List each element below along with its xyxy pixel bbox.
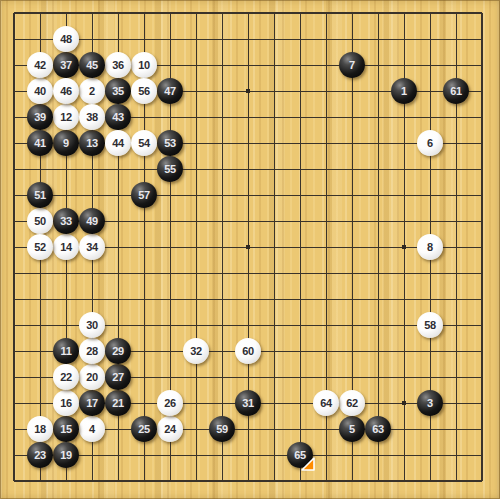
stone-number: 57: [138, 190, 150, 201]
stone-black-19: 19: [53, 442, 79, 468]
stone-number: 6: [427, 138, 433, 149]
stone-number: 22: [60, 372, 72, 383]
stone-black-5: 5: [339, 416, 365, 442]
stone-black-53: 53: [157, 130, 183, 156]
stone-white-48: 48: [53, 26, 79, 52]
go-diagram: 1234567891011121314151617181920212223242…: [0, 0, 500, 499]
stone-number: 31: [242, 398, 254, 409]
stone-number: 10: [138, 60, 150, 71]
stone-number: 42: [34, 60, 46, 71]
stone-number: 63: [372, 424, 384, 435]
stone-number: 2: [89, 86, 95, 97]
stone-white-30: 30: [79, 312, 105, 338]
stone-number: 52: [34, 242, 46, 253]
stone-black-63: 63: [365, 416, 391, 442]
stone-black-65: 65: [287, 442, 313, 468]
stone-number: 3: [427, 398, 433, 409]
stone-number: 44: [112, 138, 124, 149]
stone-white-22: 22: [53, 364, 79, 390]
stone-white-58: 58: [417, 312, 443, 338]
stone-number: 55: [164, 164, 176, 175]
stone-number: 51: [34, 190, 46, 201]
stone-black-25: 25: [131, 416, 157, 442]
stone-black-37: 37: [53, 52, 79, 78]
stone-number: 20: [86, 372, 98, 383]
stone-number: 53: [164, 138, 176, 149]
stone-black-11: 11: [53, 338, 79, 364]
stone-black-51: 51: [27, 182, 53, 208]
stone-number: 8: [427, 242, 433, 253]
stone-black-13: 13: [79, 130, 105, 156]
stone-black-23: 23: [27, 442, 53, 468]
stone-number: 59: [216, 424, 228, 435]
stone-number: 1: [401, 86, 407, 97]
stone-black-41: 41: [27, 130, 53, 156]
stone-number: 5: [349, 424, 355, 435]
stone-number: 39: [34, 112, 46, 123]
stone-white-14: 14: [53, 234, 79, 260]
stone-white-34: 34: [79, 234, 105, 260]
stone-black-49: 49: [79, 208, 105, 234]
stone-black-33: 33: [53, 208, 79, 234]
stone-white-38: 38: [79, 104, 105, 130]
stone-number: 62: [346, 398, 358, 409]
stone-white-62: 62: [339, 390, 365, 416]
stone-number: 14: [60, 242, 72, 253]
stone-white-52: 52: [27, 234, 53, 260]
stone-white-10: 10: [131, 52, 157, 78]
stone-number: 35: [112, 86, 124, 97]
stone-number: 27: [112, 372, 124, 383]
stone-white-12: 12: [53, 104, 79, 130]
stone-white-36: 36: [105, 52, 131, 78]
stone-black-45: 45: [79, 52, 105, 78]
stone-number: 48: [60, 34, 72, 45]
stone-black-55: 55: [157, 156, 183, 182]
stone-number: 32: [190, 346, 202, 357]
stone-number: 24: [164, 424, 176, 435]
stone-number: 30: [86, 320, 98, 331]
stone-white-4: 4: [79, 416, 105, 442]
stone-number: 64: [320, 398, 332, 409]
stone-white-44: 44: [105, 130, 131, 156]
stone-black-3: 3: [417, 390, 443, 416]
stone-black-1: 1: [391, 78, 417, 104]
stone-white-6: 6: [417, 130, 443, 156]
stone-black-27: 27: [105, 364, 131, 390]
stone-number: 21: [112, 398, 124, 409]
stone-white-18: 18: [27, 416, 53, 442]
stone-number: 49: [86, 216, 98, 227]
stone-black-17: 17: [79, 390, 105, 416]
stone-white-60: 60: [235, 338, 261, 364]
stone-number: 12: [60, 112, 72, 123]
stone-white-54: 54: [131, 130, 157, 156]
stone-black-7: 7: [339, 52, 365, 78]
stone-number: 17: [86, 398, 98, 409]
stone-black-9: 9: [53, 130, 79, 156]
stone-number: 36: [112, 60, 124, 71]
stone-black-29: 29: [105, 338, 131, 364]
stone-white-32: 32: [183, 338, 209, 364]
stone-white-64: 64: [313, 390, 339, 416]
stone-white-2: 2: [79, 78, 105, 104]
stone-number: 56: [138, 86, 150, 97]
stone-white-20: 20: [79, 364, 105, 390]
star-point: [402, 401, 407, 406]
stone-number: 13: [86, 138, 98, 149]
stone-white-56: 56: [131, 78, 157, 104]
stone-number: 25: [138, 424, 150, 435]
stone-black-43: 43: [105, 104, 131, 130]
stone-number: 38: [86, 112, 98, 123]
stone-number: 45: [86, 60, 98, 71]
stone-black-15: 15: [53, 416, 79, 442]
go-board[interactable]: 1234567891011121314151617181920212223242…: [0, 0, 500, 499]
star-point: [402, 245, 407, 250]
stone-white-26: 26: [157, 390, 183, 416]
stone-black-31: 31: [235, 390, 261, 416]
stone-number: 46: [60, 86, 72, 97]
stone-number: 65: [294, 450, 306, 461]
stone-number: 15: [60, 424, 72, 435]
stone-black-57: 57: [131, 182, 157, 208]
stone-black-61: 61: [443, 78, 469, 104]
stone-number: 11: [60, 346, 71, 357]
star-point: [246, 89, 251, 94]
stone-number: 58: [424, 320, 436, 331]
stone-black-59: 59: [209, 416, 235, 442]
stone-number: 37: [60, 60, 72, 71]
stone-white-42: 42: [27, 52, 53, 78]
stone-number: 19: [60, 450, 72, 461]
stone-white-16: 16: [53, 390, 79, 416]
stone-white-8: 8: [417, 234, 443, 260]
stone-number: 18: [34, 424, 46, 435]
stone-black-35: 35: [105, 78, 131, 104]
stone-number: 16: [60, 398, 72, 409]
stone-number: 47: [164, 86, 176, 97]
stone-number: 34: [86, 242, 98, 253]
stone-number: 26: [164, 398, 176, 409]
stone-white-40: 40: [27, 78, 53, 104]
star-point: [246, 245, 251, 250]
stone-number: 23: [34, 450, 46, 461]
stone-number: 4: [89, 424, 95, 435]
stone-number: 9: [63, 138, 69, 149]
stone-number: 33: [60, 216, 72, 227]
stone-number: 54: [138, 138, 150, 149]
stone-black-47: 47: [157, 78, 183, 104]
stone-white-46: 46: [53, 78, 79, 104]
stone-black-21: 21: [105, 390, 131, 416]
stone-number: 40: [34, 86, 46, 97]
stone-number: 60: [242, 346, 254, 357]
stone-number: 7: [349, 60, 355, 71]
stone-number: 61: [450, 86, 462, 97]
stone-number: 43: [112, 112, 124, 123]
stone-white-28: 28: [79, 338, 105, 364]
stone-white-24: 24: [157, 416, 183, 442]
stone-number: 41: [34, 138, 46, 149]
stone-number: 28: [86, 346, 98, 357]
stone-white-50: 50: [27, 208, 53, 234]
stone-number: 29: [112, 346, 124, 357]
stone-number: 50: [34, 216, 46, 227]
stone-black-39: 39: [27, 104, 53, 130]
